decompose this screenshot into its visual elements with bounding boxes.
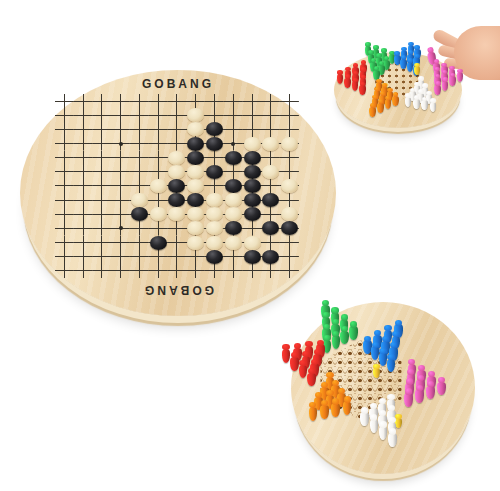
red-peg[interactable] [359,85,366,95]
intersection[interactable] [224,264,243,278]
intersection[interactable] [74,179,93,193]
black-stone[interactable] [225,151,242,165]
black-stone[interactable] [187,193,204,207]
intersection[interactable] [111,122,130,136]
intersection[interactable] [280,122,299,136]
intersection[interactable] [130,108,149,122]
intersection[interactable] [205,165,224,179]
intersection[interactable] [243,151,262,165]
intersection[interactable] [205,221,224,235]
intersection[interactable] [55,250,74,264]
gobang-grid[interactable] [55,94,299,278]
intersection[interactable] [149,122,168,136]
intersection[interactable] [74,122,93,136]
intersection[interactable] [168,136,187,150]
black-stone[interactable] [244,207,261,221]
red-peg[interactable] [352,81,359,91]
intersection[interactable] [111,236,130,250]
white-stone[interactable] [281,179,298,193]
intersection[interactable] [93,193,112,207]
green-peg[interactable] [349,326,358,340]
black-stone[interactable] [206,122,223,136]
intersection[interactable] [55,179,74,193]
intersection[interactable] [130,94,149,108]
intersection[interactable] [130,250,149,264]
intersection[interactable] [243,207,262,221]
intersection[interactable] [205,236,224,250]
black-stone[interactable] [225,179,242,193]
intersection[interactable] [186,108,205,122]
white-stone[interactable] [225,193,242,207]
intersection[interactable] [205,264,224,278]
intersection[interactable] [224,207,243,221]
intersection[interactable] [224,136,243,150]
intersection[interactable] [280,165,299,179]
black-stone[interactable] [168,193,185,207]
orange-peg[interactable] [392,96,399,106]
orange-peg[interactable] [309,407,318,421]
intersection[interactable] [186,136,205,150]
intersection[interactable] [243,264,262,278]
intersection[interactable] [261,264,280,278]
intersection[interactable] [186,151,205,165]
intersection[interactable] [111,108,130,122]
intersection[interactable] [74,250,93,264]
black-stone[interactable] [281,221,298,235]
intersection[interactable] [261,193,280,207]
intersection[interactable] [168,165,187,179]
white-stone[interactable] [131,193,148,207]
intersection[interactable] [168,250,187,264]
green-peg[interactable] [340,331,349,345]
intersection[interactable] [149,236,168,250]
pink-peg[interactable] [434,85,441,95]
orange-peg[interactable] [385,99,392,109]
intersection[interactable] [93,136,112,150]
red-peg[interactable] [307,373,316,387]
intersection[interactable] [168,108,187,122]
white-stone[interactable] [281,137,298,151]
intersection[interactable] [55,264,74,278]
chinese-checkers-board-large[interactable] [291,302,475,474]
intersection[interactable] [93,207,112,221]
intersection[interactable] [93,165,112,179]
white-peg[interactable] [379,426,388,440]
red-peg[interactable] [344,78,351,88]
intersection[interactable] [168,193,187,207]
white-stone[interactable] [206,236,223,250]
black-stone[interactable] [262,250,279,264]
intersection[interactable] [149,193,168,207]
intersection[interactable] [261,179,280,193]
intersection[interactable] [261,151,280,165]
gobang-board[interactable]: GOBANG GOBANG [20,70,336,316]
intersection[interactable] [130,236,149,250]
intersection[interactable] [243,236,262,250]
intersection[interactable] [130,136,149,150]
white-stone[interactable] [262,137,279,151]
intersection[interactable] [243,165,262,179]
intersection[interactable] [168,94,187,108]
intersection[interactable] [261,236,280,250]
intersection[interactable] [93,94,112,108]
gobang-title-bottom: GOBANG [20,283,336,297]
white-stone[interactable] [225,236,242,250]
intersection[interactable] [205,122,224,136]
intersection[interactable] [186,264,205,278]
white-stone[interactable] [206,221,223,235]
intersection[interactable] [243,136,262,150]
white-stone[interactable] [187,108,204,122]
intersection[interactable] [74,151,93,165]
intersection[interactable] [205,207,224,221]
intersection[interactable] [280,236,299,250]
intersection[interactable] [205,151,224,165]
intersection[interactable] [280,250,299,264]
intersection[interactable] [280,108,299,122]
white-peg[interactable] [413,99,420,109]
intersection[interactable] [55,136,74,150]
intersection[interactable] [224,108,243,122]
product-photo-scene: GOBANG GOBANG [0,0,500,491]
intersection[interactable] [168,221,187,235]
intersection[interactable] [224,236,243,250]
intersection[interactable] [74,207,93,221]
intersection[interactable] [93,264,112,278]
white-stone[interactable] [187,207,204,221]
red-peg[interactable] [299,365,308,379]
white-stone[interactable] [168,207,185,221]
intersection[interactable] [280,221,299,235]
intersection[interactable] [74,221,93,235]
intersection[interactable] [149,94,168,108]
intersection[interactable] [280,136,299,150]
chinese-checkers-board-small[interactable] [334,52,462,128]
intersection[interactable] [149,264,168,278]
intersection[interactable] [111,250,130,264]
blue-peg[interactable] [400,59,407,69]
intersection[interactable] [55,122,74,136]
black-stone[interactable] [244,165,261,179]
intersection[interactable] [149,165,168,179]
intersection[interactable] [243,221,262,235]
white-peg[interactable] [405,97,412,107]
white-stone[interactable] [281,207,298,221]
intersection[interactable] [168,151,187,165]
pink-peg[interactable] [404,393,413,407]
red-peg[interactable] [337,74,344,84]
intersection[interactable] [186,165,205,179]
white-stone[interactable] [150,207,167,221]
intersection[interactable] [111,179,130,193]
intersection[interactable] [74,193,93,207]
intersection[interactable] [261,250,280,264]
pink-peg[interactable] [415,389,424,403]
intersection[interactable] [243,250,262,264]
intersection[interactable] [261,108,280,122]
white-stone[interactable] [187,165,204,179]
intersection[interactable] [224,179,243,193]
intersection[interactable] [168,179,187,193]
white-stone[interactable] [168,165,185,179]
intersection[interactable] [224,250,243,264]
intersection[interactable] [205,250,224,264]
intersection[interactable] [111,165,130,179]
black-stone[interactable] [187,151,204,165]
intersection[interactable] [111,221,130,235]
intersection[interactable] [205,136,224,150]
orange-peg[interactable] [320,405,329,419]
intersection[interactable] [168,264,187,278]
gobang-title-top: GOBANG [20,77,336,91]
intersection[interactable] [224,221,243,235]
star-point [231,142,235,146]
black-stone[interactable] [262,221,279,235]
white-stone[interactable] [187,221,204,235]
intersection[interactable] [74,165,93,179]
intersection[interactable] [243,179,262,193]
intersection[interactable] [149,221,168,235]
white-peg[interactable] [360,412,369,426]
intersection[interactable] [168,207,187,221]
star-point [119,226,123,230]
white-stone[interactable] [150,179,167,193]
intersection[interactable] [55,108,74,122]
intersection[interactable] [74,136,93,150]
white-stone[interactable] [225,207,242,221]
intersection[interactable] [130,122,149,136]
black-stone[interactable] [244,250,261,264]
intersection[interactable] [205,108,224,122]
red-peg[interactable] [290,357,299,371]
white-stone[interactable] [187,236,204,250]
white-peg[interactable] [421,100,428,110]
intersection[interactable] [93,179,112,193]
intersection[interactable] [205,94,224,108]
intersection[interactable] [93,250,112,264]
black-stone[interactable] [131,207,148,221]
intersection[interactable] [186,236,205,250]
intersection[interactable] [55,151,74,165]
intersection[interactable] [55,236,74,250]
black-stone[interactable] [206,165,223,179]
intersection[interactable] [224,165,243,179]
star-point [119,142,123,146]
black-stone[interactable] [150,236,167,250]
pink-peg[interactable] [442,81,449,91]
intersection[interactable] [130,264,149,278]
intersection[interactable] [111,136,130,150]
black-stone[interactable] [225,221,242,235]
intersection[interactable] [205,179,224,193]
intersection[interactable] [186,94,205,108]
intersection[interactable] [224,193,243,207]
intersection[interactable] [261,122,280,136]
white-peg[interactable] [370,419,379,433]
intersection[interactable] [111,193,130,207]
intersection[interactable] [93,236,112,250]
intersection[interactable] [186,207,205,221]
intersection[interactable] [93,221,112,235]
black-stone[interactable] [168,179,185,193]
intersection[interactable] [55,165,74,179]
intersection[interactable] [55,221,74,235]
intersection[interactable] [130,151,149,165]
intersection[interactable] [243,122,262,136]
black-stone[interactable] [206,250,223,264]
white-stone[interactable] [206,193,223,207]
intersection[interactable] [111,94,130,108]
intersection[interactable] [130,193,149,207]
intersection[interactable] [243,193,262,207]
orange-peg[interactable] [369,107,376,117]
black-stone[interactable] [244,193,261,207]
intersection[interactable] [224,151,243,165]
black-stone[interactable] [244,179,261,193]
white-stone[interactable] [244,236,261,250]
white-stone[interactable] [187,179,204,193]
pink-peg[interactable] [437,382,446,396]
intersection[interactable] [55,94,74,108]
intersection[interactable] [224,122,243,136]
intersection[interactable] [74,264,93,278]
white-stone[interactable] [187,122,204,136]
red-peg[interactable] [282,349,291,363]
intersection[interactable] [280,207,299,221]
intersection[interactable] [243,94,262,108]
intersection[interactable] [224,94,243,108]
intersection[interactable] [55,193,74,207]
intersection[interactable] [93,108,112,122]
intersection[interactable] [130,207,149,221]
black-stone[interactable] [262,193,279,207]
intersection[interactable] [186,250,205,264]
white-stone[interactable] [262,165,279,179]
intersection[interactable] [168,122,187,136]
intersection[interactable] [130,165,149,179]
intersection[interactable] [280,151,299,165]
intersection[interactable] [280,193,299,207]
green-peg[interactable] [332,335,341,349]
intersection[interactable] [93,151,112,165]
intersection[interactable] [149,136,168,150]
intersection[interactable] [149,250,168,264]
intersection[interactable] [55,207,74,221]
intersection[interactable] [261,136,280,150]
intersection[interactable] [149,207,168,221]
white-stone[interactable] [206,207,223,221]
intersection[interactable] [205,193,224,207]
intersection[interactable] [149,179,168,193]
intersection[interactable] [186,193,205,207]
intersection[interactable] [130,221,149,235]
white-stone[interactable] [244,137,261,151]
white-peg[interactable] [388,433,397,447]
orange-peg[interactable] [331,403,340,417]
yellow-peg[interactable] [395,418,402,428]
intersection[interactable] [168,236,187,250]
intersection[interactable] [186,122,205,136]
intersection[interactable] [111,151,130,165]
intersection[interactable] [130,179,149,193]
black-stone[interactable] [206,137,223,151]
white-stone[interactable] [168,151,185,165]
intersection[interactable] [243,108,262,122]
intersection[interactable] [261,221,280,235]
intersection[interactable] [74,236,93,250]
black-stone[interactable] [244,151,261,165]
intersection[interactable] [74,108,93,122]
intersection[interactable] [280,264,299,278]
intersection[interactable] [111,264,130,278]
intersection[interactable] [149,151,168,165]
black-stone[interactable] [187,137,204,151]
intersection[interactable] [280,94,299,108]
white-peg[interactable] [430,102,437,112]
orange-peg[interactable] [377,103,384,113]
intersection[interactable] [149,108,168,122]
intersection[interactable] [280,179,299,193]
pink-peg[interactable] [426,386,435,400]
intersection[interactable] [186,179,205,193]
intersection[interactable] [93,122,112,136]
intersection[interactable] [261,165,280,179]
intersection[interactable] [111,207,130,221]
intersection[interactable] [74,94,93,108]
intersection[interactable] [261,207,280,221]
intersection[interactable] [261,94,280,108]
intersection[interactable] [186,221,205,235]
